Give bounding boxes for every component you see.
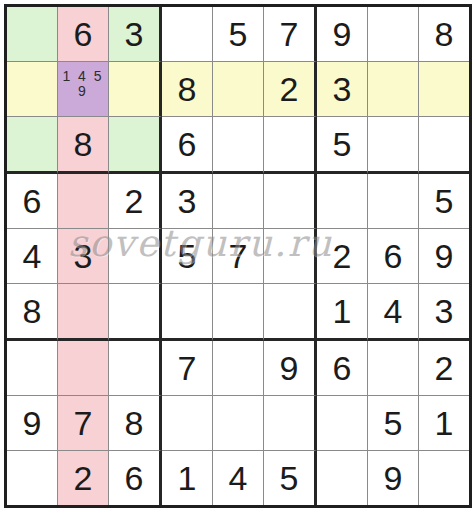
cell-value: 3 [435,294,454,328]
cell-value: 9 [280,351,299,385]
cell-value: 1 [178,461,197,495]
cell-r8c4[interactable] [162,396,213,451]
cell-r2c8[interactable] [368,62,419,117]
cell-r8c7[interactable] [317,396,368,451]
cell-r4c1[interactable]: 6 [7,174,58,229]
cell-r8c6[interactable] [264,396,317,451]
cell-r1c2[interactable]: 6 [58,7,109,62]
cell-value: 2 [280,72,299,106]
cell-value: 4 [229,461,248,495]
cell-value: 6 [74,17,93,51]
cell-r7c5[interactable] [213,341,264,396]
cell-value: 2 [125,184,144,218]
cell-value: 5 [280,461,299,495]
cell-value: 5 [178,239,197,273]
cell-value: 8 [435,17,454,51]
cell-r1c3[interactable]: 3 [109,7,162,62]
cell-r3c3[interactable] [109,117,162,174]
cell-value: 6 [333,351,352,385]
cell-value: 7 [74,406,93,440]
cell-r5c4[interactable]: 5 [162,229,213,284]
cell-r3c1[interactable] [7,117,58,174]
cell-value: 2 [74,461,93,495]
cell-r2c4[interactable]: 8 [162,62,213,117]
cell-r6c6[interactable] [264,284,317,341]
cell-r9c1[interactable] [7,451,58,505]
cell-r6c1[interactable]: 8 [7,284,58,341]
cell-value: 6 [178,127,197,161]
cell-value: 3 [333,72,352,106]
cell-r5c8[interactable]: 6 [368,229,419,284]
cell-value: 6 [125,461,144,495]
cell-r8c5[interactable] [213,396,264,451]
cell-r9c3[interactable]: 6 [109,451,162,505]
cell-value: 2 [333,239,352,273]
cell-r1c7[interactable]: 9 [317,7,368,62]
cell-value: 8 [178,72,197,106]
cell-r5c2[interactable]: 3 [58,229,109,284]
cell-value: 3 [125,17,144,51]
cell-r3c5[interactable] [213,117,264,174]
cell-value: 8 [74,127,93,161]
cell-value: 5 [435,184,454,218]
cell-r2c7[interactable]: 3 [317,62,368,117]
cell-r6c4[interactable] [162,284,213,341]
cell-r1c4[interactable] [162,7,213,62]
cell-r7c7[interactable]: 6 [317,341,368,396]
cell-value: 8 [125,406,144,440]
cell-r6c3[interactable] [109,284,162,341]
cell-value: 9 [435,239,454,273]
cell-value: 9 [333,17,352,51]
cell-value: 4 [384,294,403,328]
cell-r2c5[interactable] [213,62,264,117]
cell-r6c7[interactable]: 1 [317,284,368,341]
cell-value: 3 [178,184,197,218]
cell-value: 5 [384,406,403,440]
cell-r3c9[interactable] [419,117,469,174]
cell-r4c3[interactable]: 2 [109,174,162,229]
cell-r4c8[interactable] [368,174,419,229]
cell-r5c1[interactable]: 4 [7,229,58,284]
sudoku-page: 6357981 4 598238656235435726981437962978… [0,0,474,517]
cell-value: 5 [229,17,248,51]
cell-r2c1[interactable] [7,62,58,117]
cell-r7c9[interactable]: 2 [419,341,469,396]
cell-r7c2[interactable] [58,341,109,396]
cell-r5c5[interactable]: 7 [213,229,264,284]
cell-r1c8[interactable] [368,7,419,62]
cell-r8c8[interactable]: 5 [368,396,419,451]
cell-r6c9[interactable]: 3 [419,284,469,341]
cell-r7c3[interactable] [109,341,162,396]
cell-value: 7 [178,351,197,385]
cell-r1c5[interactable]: 5 [213,7,264,62]
cell-value: 6 [384,239,403,273]
cell-value: 3 [74,239,93,273]
cell-r9c8[interactable]: 9 [368,451,419,505]
cell-r5c3[interactable] [109,229,162,284]
pencil-marks-line: 1 4 5 [58,69,108,84]
cell-r4c2[interactable] [58,174,109,229]
cell-r8c2[interactable]: 7 [58,396,109,451]
cell-r9c9[interactable] [419,451,469,505]
cell-value: 1 [333,294,352,328]
cell-value: 5 [333,127,352,161]
cell-r1c1[interactable] [7,7,58,62]
pencil-marks-line: 9 [58,84,108,99]
cell-value: 4 [23,239,42,273]
cell-r1c9[interactable]: 8 [419,7,469,62]
cell-value: 7 [280,17,299,51]
cell-r8c1[interactable]: 9 [7,396,58,451]
cell-r7c4[interactable]: 7 [162,341,213,396]
cell-r6c8[interactable]: 4 [368,284,419,341]
cell-r4c6[interactable] [264,174,317,229]
cell-r2c2[interactable]: 1 4 59 [58,62,109,117]
cell-r8c3[interactable]: 8 [109,396,162,451]
cell-r3c7[interactable]: 5 [317,117,368,174]
cell-r2c9[interactable] [419,62,469,117]
cell-r3c4[interactable]: 6 [162,117,213,174]
cell-value: 1 [435,406,454,440]
cell-r6c5[interactable] [213,284,264,341]
cell-r9c2[interactable]: 2 [58,451,109,505]
cell-value: 7 [229,239,248,273]
cell-r1c6[interactable]: 7 [264,7,317,62]
cell-r4c5[interactable] [213,174,264,229]
cell-r2c3[interactable] [109,62,162,117]
cell-value: 2 [435,351,454,385]
cell-r7c6[interactable]: 9 [264,341,317,396]
pencil-marks: 1 4 59 [58,69,108,99]
cell-r5c7[interactable]: 2 [317,229,368,284]
cell-r9c7[interactable] [317,451,368,505]
cell-r7c8[interactable] [368,341,419,396]
cell-r7c1[interactable] [7,341,58,396]
cell-value: 6 [23,184,42,218]
cell-r5c9[interactable]: 9 [419,229,469,284]
cell-r3c6[interactable] [264,117,317,174]
cell-r5c6[interactable] [264,229,317,284]
cell-r9c6[interactable]: 5 [264,451,317,505]
cell-r3c8[interactable] [368,117,419,174]
cell-r3c2[interactable]: 8 [58,117,109,174]
cell-value: 9 [384,461,403,495]
cell-r8c9[interactable]: 1 [419,396,469,451]
cell-r9c5[interactable]: 4 [213,451,264,505]
cell-r2c6[interactable]: 2 [264,62,317,117]
cell-r9c4[interactable]: 1 [162,451,213,505]
cell-r4c7[interactable] [317,174,368,229]
cell-value: 8 [23,294,42,328]
cell-r4c9[interactable]: 5 [419,174,469,229]
cell-value: 9 [23,406,42,440]
cell-r4c4[interactable]: 3 [162,174,213,229]
cell-r6c2[interactable] [58,284,109,341]
sudoku-grid: 6357981 4 598238656235435726981437962978… [4,4,472,508]
